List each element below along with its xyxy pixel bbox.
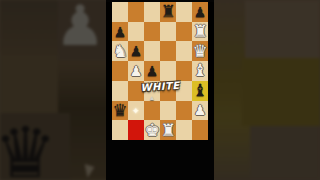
square-f5[interactable] [176, 41, 192, 61]
background-right-panel: ♝ ♝ ♟ [212, 0, 320, 180]
background-square [242, 58, 320, 126]
square-f4[interactable] [176, 61, 192, 81]
square-d1[interactable]: ♚ [144, 120, 160, 140]
background-square [0, 55, 58, 113]
piece-black-pawn-g7: ♟ [194, 5, 207, 19]
piece-white-rook-e1: ♜ [160, 122, 175, 139]
square-e7[interactable]: ♜ [160, 2, 176, 22]
letterbox-top [106, 0, 214, 2]
square-d7[interactable] [144, 2, 160, 22]
square-b3[interactable] [112, 81, 128, 101]
square-e6[interactable] [160, 22, 176, 42]
square-f7[interactable] [176, 2, 192, 22]
piece-white-bishop-g4: ♝ [192, 62, 207, 79]
piece-black-pawn-c5: ♟ [130, 44, 143, 58]
square-g3[interactable]: ♝ [192, 81, 208, 101]
square-d4[interactable]: ♟ [144, 61, 160, 81]
square-f2[interactable] [176, 101, 192, 121]
background-black-queen-icon: ♛ [0, 118, 57, 180]
piece-white-pawn-c4: ♟ [130, 64, 143, 78]
square-e5[interactable] [160, 41, 176, 61]
label-pointer-icon: ▴ [150, 93, 154, 102]
square-d6[interactable] [144, 22, 160, 42]
piece-white-queen-g5: ♛ [192, 43, 207, 60]
square-g6[interactable]: ♜ [192, 22, 208, 42]
background-black-pawn-icon: ♟ [55, 0, 105, 54]
piece-black-pawn-b6: ♟ [114, 25, 127, 39]
square-b2[interactable]: ♛ [112, 101, 128, 121]
square-c6[interactable] [128, 22, 144, 42]
square-d2[interactable] [144, 101, 160, 121]
sparkle-effect-icon: ✦ [132, 106, 140, 116]
piece-white-knight-b5: ♞ [112, 43, 127, 60]
piece-white-rook-g6: ♜ [192, 23, 207, 40]
square-g2[interactable]: ♟ [192, 101, 208, 121]
square-b4[interactable] [112, 61, 128, 81]
square-e2[interactable] [160, 101, 176, 121]
square-g4[interactable]: ♝ [192, 61, 208, 81]
background-square [250, 126, 320, 180]
square-g5[interactable]: ♛ [192, 41, 208, 61]
square-b5[interactable]: ♞ [112, 41, 128, 61]
square-d5[interactable] [144, 41, 160, 61]
square-b1[interactable] [112, 120, 128, 140]
square-e1[interactable]: ♜ [160, 120, 176, 140]
chess-board: ♜♟♟♜♞♟♛♟♟♝♝♛♟♚♜ [112, 2, 208, 140]
letterbox-bottom [106, 140, 214, 180]
piece-white-pawn-g2: ♟ [194, 103, 207, 117]
piece-black-rook-e7: ♜ [160, 3, 175, 20]
square-b6[interactable]: ♟ [112, 22, 128, 42]
square-c4[interactable]: ♟ [128, 61, 144, 81]
background-left-panel: ♟ ♛ [0, 0, 108, 180]
piece-white-king-d1: ♚ [144, 122, 159, 139]
background-square [245, 0, 320, 58]
square-c1[interactable] [128, 120, 144, 140]
square-c7[interactable] [128, 2, 144, 22]
square-c5[interactable]: ♟ [128, 41, 144, 61]
mouse-cursor-icon [85, 162, 97, 178]
video-frame: ♟ ♛ ♝ ♝ ♟ ♜♟♟♜♞♟♛♟♟♝♝♛♟♚♜ WHITE ▴ ✦ [0, 0, 320, 180]
square-g1[interactable] [192, 120, 208, 140]
piece-black-queen-b2: ♛ [112, 102, 127, 119]
square-e4[interactable] [160, 61, 176, 81]
square-g7[interactable]: ♟ [192, 2, 208, 22]
square-b7[interactable] [112, 2, 128, 22]
piece-black-pawn-d4: ♟ [146, 64, 159, 78]
piece-black-bishop-g3: ♝ [192, 82, 207, 99]
square-f6[interactable] [176, 22, 192, 42]
square-f1[interactable] [176, 120, 192, 140]
